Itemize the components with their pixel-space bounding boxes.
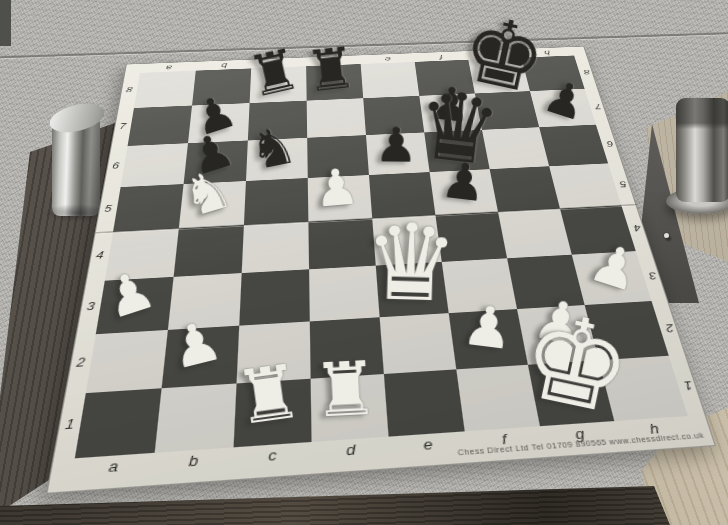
square-f2 xyxy=(449,309,528,369)
square-b7 xyxy=(188,103,250,143)
file-label-bottom-f: f xyxy=(478,430,530,449)
square-a5 xyxy=(113,184,184,232)
table-knob xyxy=(664,233,669,238)
file-label-bottom-a: a xyxy=(85,457,140,477)
square-d8 xyxy=(306,64,363,101)
square-b1 xyxy=(155,383,237,452)
square-a1 xyxy=(75,388,162,458)
square-g4 xyxy=(498,209,572,259)
board-squares xyxy=(75,55,688,458)
square-h5 xyxy=(549,163,621,208)
photo-scene: aabbccddeeffgghh1122334455667788 Chess D… xyxy=(0,0,728,525)
square-g6 xyxy=(482,127,549,169)
square-f5 xyxy=(430,169,498,215)
square-a7 xyxy=(128,106,192,146)
square-a8 xyxy=(134,71,196,108)
square-c4 xyxy=(242,222,309,273)
square-a6 xyxy=(121,143,188,187)
square-f4 xyxy=(435,212,507,262)
square-d6 xyxy=(307,135,369,178)
square-d4 xyxy=(308,218,375,269)
square-h6 xyxy=(539,125,608,167)
square-f1 xyxy=(456,365,540,432)
square-b3 xyxy=(168,273,242,330)
rank-label-left-2: 2 xyxy=(70,356,91,371)
square-f8 xyxy=(415,60,475,96)
square-h7 xyxy=(530,89,596,127)
rank-label-left-5: 5 xyxy=(99,204,117,215)
file-label-bottom-d: d xyxy=(325,441,377,460)
square-h4 xyxy=(560,205,636,254)
square-c6 xyxy=(246,138,308,181)
rank-label-left-1: 1 xyxy=(58,417,80,434)
square-h1 xyxy=(599,356,688,421)
file-label-bottom-g: g xyxy=(553,425,606,444)
square-c2 xyxy=(237,321,311,383)
square-d2 xyxy=(310,317,384,378)
square-g7 xyxy=(475,91,539,130)
square-e7 xyxy=(363,96,424,135)
square-e6 xyxy=(366,132,430,175)
square-d5 xyxy=(308,175,372,222)
square-e1 xyxy=(384,369,465,436)
square-e4 xyxy=(372,215,442,266)
square-c3 xyxy=(239,269,310,325)
square-f7 xyxy=(419,93,482,132)
square-c7 xyxy=(248,101,307,141)
square-e3 xyxy=(376,262,449,317)
square-e2 xyxy=(380,313,457,374)
square-b5 xyxy=(179,181,246,228)
square-c5 xyxy=(244,178,308,225)
square-f6 xyxy=(424,130,489,172)
square-b6 xyxy=(184,140,248,184)
square-a4 xyxy=(105,228,179,280)
square-c8 xyxy=(250,66,307,103)
rank-label-left-8: 8 xyxy=(121,86,137,95)
square-a3 xyxy=(96,277,174,334)
metal-cylinder-right xyxy=(676,98,728,202)
square-g8 xyxy=(468,58,530,94)
square-h2 xyxy=(585,301,669,360)
square-g5 xyxy=(490,166,560,212)
square-e5 xyxy=(369,172,435,218)
rank-label-left-3: 3 xyxy=(81,301,101,315)
file-label-bottom-c: c xyxy=(246,446,298,465)
square-d1 xyxy=(311,374,389,442)
rank-label-left-7: 7 xyxy=(114,122,130,132)
square-b2 xyxy=(162,326,240,389)
file-label-bottom-b: b xyxy=(166,452,219,472)
rank-label-left-4: 4 xyxy=(90,250,109,262)
square-a2 xyxy=(86,330,168,393)
square-f3 xyxy=(442,258,517,313)
square-c1 xyxy=(234,379,312,448)
square-b8 xyxy=(192,68,251,105)
square-e8 xyxy=(361,62,420,98)
square-b4 xyxy=(174,225,244,277)
square-d7 xyxy=(307,98,366,138)
metal-cylinder-left xyxy=(52,116,100,216)
file-label-bottom-e: e xyxy=(402,436,454,455)
rank-label-left-6: 6 xyxy=(107,161,124,171)
square-h8 xyxy=(521,55,584,91)
square-d3 xyxy=(309,266,380,322)
square-h3 xyxy=(572,251,652,305)
file-label-bottom-h: h xyxy=(628,420,681,438)
dark-corner-object xyxy=(0,0,11,46)
